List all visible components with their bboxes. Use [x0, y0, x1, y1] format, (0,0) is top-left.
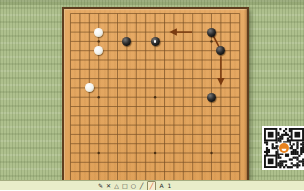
tool-label-a-icon[interactable]: A	[159, 182, 164, 190]
tool-triangle-icon[interactable]: △	[114, 182, 119, 190]
tool-number-1-icon[interactable]: 1	[167, 182, 172, 190]
tool-line-icon[interactable]: ╱	[139, 182, 144, 190]
stone-black-Q17[interactable]	[207, 28, 216, 37]
tool-circle-icon[interactable]: ○	[131, 182, 136, 190]
tool-arrow-icon[interactable]: ╱	[147, 181, 156, 191]
last-move-marker	[154, 40, 157, 43]
stone-black-K16[interactable]	[151, 37, 160, 46]
tool-pencil-icon[interactable]: ✎	[98, 182, 103, 190]
stone-black-Q10[interactable]	[207, 93, 216, 102]
tool-delete-x-icon[interactable]: ✕	[106, 182, 111, 190]
tool-square-icon[interactable]: □	[122, 182, 128, 190]
annotation-toolbar: ✎✕△□○╱╱A1	[0, 180, 304, 190]
go-app-window: ✎✕△□○╱╱A1	[0, 0, 304, 190]
go-board[interactable]	[62, 7, 249, 187]
annotation-overlay	[64, 9, 247, 185]
stone-white-D17[interactable]	[94, 28, 103, 37]
qr-code	[262, 126, 304, 170]
